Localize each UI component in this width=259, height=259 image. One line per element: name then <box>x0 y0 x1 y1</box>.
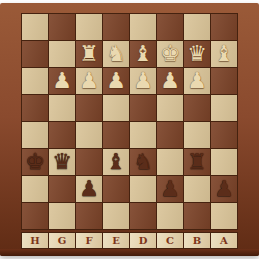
file-label-f: F <box>76 233 102 248</box>
square-c8 <box>157 203 183 229</box>
square-b4 <box>184 95 210 121</box>
square-h3 <box>22 68 48 94</box>
square-f7: ♟ <box>76 176 102 202</box>
file-label-b: B <box>184 233 210 248</box>
square-e5 <box>103 122 129 148</box>
square-d1 <box>130 14 156 40</box>
white-pawn: ♟ <box>79 68 99 94</box>
black-pawn: ♟ <box>79 176 99 202</box>
white-pawn: ♟ <box>160 68 180 94</box>
square-c3: ♟ <box>157 68 183 94</box>
white-rook: ♜ <box>79 41 99 67</box>
board-front-edge <box>0 249 259 256</box>
square-d3: ♟ <box>130 68 156 94</box>
white-king: ♚ <box>160 41 180 67</box>
white-pawn: ♟ <box>52 68 72 94</box>
file-label-h: H <box>22 233 48 248</box>
file-label-g: G <box>49 233 75 248</box>
square-c7: ♟ <box>157 176 183 202</box>
square-f6 <box>76 149 102 175</box>
black-bishop: ♝ <box>106 149 126 175</box>
square-f3: ♟ <box>76 68 102 94</box>
square-h8 <box>22 203 48 229</box>
square-h5 <box>22 122 48 148</box>
square-a1 <box>211 14 237 40</box>
square-e1 <box>103 14 129 40</box>
square-f4 <box>76 95 102 121</box>
square-e7 <box>103 176 129 202</box>
square-g4 <box>49 95 75 121</box>
square-a7: ♟ <box>211 176 237 202</box>
black-rook: ♜ <box>187 149 207 175</box>
square-f5 <box>76 122 102 148</box>
square-g5 <box>49 122 75 148</box>
square-d6: ♞ <box>130 149 156 175</box>
white-pawn: ♟ <box>106 68 126 94</box>
square-a4 <box>211 95 237 121</box>
square-f2: ♜ <box>76 41 102 67</box>
file-label-d: D <box>130 233 156 248</box>
square-g8 <box>49 203 75 229</box>
square-g1 <box>49 14 75 40</box>
square-e2: ♞ <box>103 41 129 67</box>
square-g3: ♟ <box>49 68 75 94</box>
square-h1 <box>22 14 48 40</box>
file-labels: HGFEDCBA <box>21 232 238 249</box>
square-a5 <box>211 122 237 148</box>
square-a6 <box>211 149 237 175</box>
chess-board: ♜♞♝♚♛♝♟♟♟♟♟♟♚♛♝♞♜♟♟♟ HGFEDCBA <box>0 3 259 256</box>
square-b3: ♟ <box>184 68 210 94</box>
square-a3 <box>211 68 237 94</box>
square-c5 <box>157 122 183 148</box>
black-pawn: ♟ <box>214 176 234 202</box>
square-e4 <box>103 95 129 121</box>
square-a2: ♝ <box>211 41 237 67</box>
white-bishop: ♝ <box>133 41 153 67</box>
square-f8 <box>76 203 102 229</box>
black-pawn: ♟ <box>160 176 180 202</box>
square-d5 <box>130 122 156 148</box>
square-b6: ♜ <box>184 149 210 175</box>
square-b8 <box>184 203 210 229</box>
square-h6: ♚ <box>22 149 48 175</box>
square-g6: ♛ <box>49 149 75 175</box>
file-label-a: A <box>211 233 237 248</box>
black-knight: ♞ <box>133 149 153 175</box>
square-b1 <box>184 14 210 40</box>
square-h4 <box>22 95 48 121</box>
square-e8 <box>103 203 129 229</box>
square-a8 <box>211 203 237 229</box>
square-h2 <box>22 41 48 67</box>
white-knight: ♞ <box>106 41 126 67</box>
board-squares: ♜♞♝♚♛♝♟♟♟♟♟♟♚♛♝♞♜♟♟♟ <box>21 13 238 230</box>
square-b7 <box>184 176 210 202</box>
square-d8 <box>130 203 156 229</box>
square-b5 <box>184 122 210 148</box>
product-photo-background: ♜♞♝♚♛♝♟♟♟♟♟♟♚♛♝♞♜♟♟♟ HGFEDCBA <box>0 0 259 259</box>
square-c1 <box>157 14 183 40</box>
square-d4 <box>130 95 156 121</box>
square-c4 <box>157 95 183 121</box>
square-g7 <box>49 176 75 202</box>
square-d2: ♝ <box>130 41 156 67</box>
square-h7 <box>22 176 48 202</box>
white-bishop: ♝ <box>214 41 234 67</box>
white-pawn: ♟ <box>133 68 153 94</box>
square-e3: ♟ <box>103 68 129 94</box>
file-label-c: C <box>157 233 183 248</box>
square-g2 <box>49 41 75 67</box>
black-queen: ♛ <box>52 149 72 175</box>
square-c6 <box>157 149 183 175</box>
file-label-e: E <box>103 233 129 248</box>
white-pawn: ♟ <box>187 68 207 94</box>
white-queen: ♛ <box>187 41 207 67</box>
square-b2: ♛ <box>184 41 210 67</box>
square-d7 <box>130 176 156 202</box>
square-f1 <box>76 14 102 40</box>
black-king: ♚ <box>25 149 45 175</box>
square-e6: ♝ <box>103 149 129 175</box>
square-c2: ♚ <box>157 41 183 67</box>
